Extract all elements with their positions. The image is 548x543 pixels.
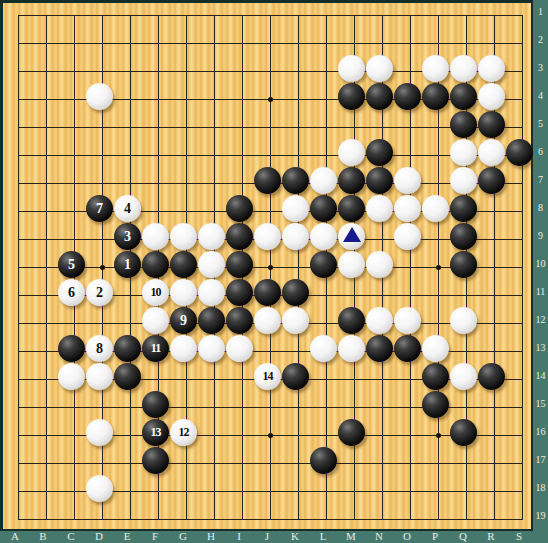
white-stone[interactable] [450, 139, 477, 166]
black-stone[interactable]: 11 [142, 335, 169, 362]
black-stone[interactable] [450, 111, 477, 138]
white-stone[interactable]: 12 [170, 419, 197, 446]
white-stone[interactable] [86, 363, 113, 390]
column-label-M: M [341, 530, 361, 543]
row-label-2: 2 [533, 33, 548, 47]
row-label-6: 6 [533, 145, 548, 159]
black-stone[interactable] [310, 195, 337, 222]
column-label-P: P [425, 530, 445, 543]
move-number-2: 2 [86, 279, 113, 306]
black-stone[interactable]: 1 [114, 251, 141, 278]
black-stone[interactable] [226, 307, 253, 334]
column-label-H: H [201, 530, 221, 543]
white-stone[interactable] [282, 195, 309, 222]
column-label-K: K [285, 530, 305, 543]
white-stone[interactable] [86, 475, 113, 502]
row-label-9: 9 [533, 229, 548, 243]
black-stone[interactable] [450, 419, 477, 446]
white-stone[interactable] [282, 223, 309, 250]
white-stone[interactable] [254, 223, 281, 250]
row-label-1: 1 [533, 5, 548, 19]
star-point [100, 265, 105, 270]
white-stone[interactable] [142, 223, 169, 250]
white-stone[interactable] [422, 55, 449, 82]
row-label-19: 19 [533, 509, 548, 523]
row-label-18: 18 [533, 481, 548, 495]
move-number-14: 14 [254, 363, 281, 390]
white-stone[interactable] [366, 55, 393, 82]
black-stone[interactable] [450, 251, 477, 278]
white-stone[interactable] [198, 223, 225, 250]
row-label-10: 10 [533, 257, 548, 271]
white-stone[interactable]: 4 [114, 195, 141, 222]
row-label-8: 8 [533, 201, 548, 215]
star-point [268, 433, 273, 438]
white-stone[interactable] [338, 251, 365, 278]
black-stone[interactable] [254, 279, 281, 306]
white-stone[interactable]: 14 [254, 363, 281, 390]
row-label-15: 15 [533, 397, 548, 411]
row-label-16: 16 [533, 425, 548, 439]
white-stone[interactable]: 8 [86, 335, 113, 362]
star-point [268, 97, 273, 102]
black-stone[interactable] [254, 167, 281, 194]
black-stone[interactable] [394, 83, 421, 110]
white-stone[interactable] [394, 223, 421, 250]
white-stone[interactable] [450, 55, 477, 82]
row-label-17: 17 [533, 453, 548, 467]
row-label-4: 4 [533, 89, 548, 103]
row-label-12: 12 [533, 313, 548, 327]
white-stone[interactable] [394, 195, 421, 222]
move-number-6: 6 [58, 279, 85, 306]
white-stone[interactable] [394, 307, 421, 334]
column-label-F: F [145, 530, 165, 543]
black-stone[interactable] [506, 139, 533, 166]
white-stone[interactable] [338, 335, 365, 362]
black-stone[interactable] [282, 363, 309, 390]
white-stone[interactable] [450, 167, 477, 194]
go-board[interactable]: 7435162109811141312 [3, 3, 531, 529]
black-stone[interactable] [226, 195, 253, 222]
move-number-4: 4 [114, 195, 141, 222]
move-number-8: 8 [86, 335, 113, 362]
move-number-13: 13 [142, 419, 169, 446]
white-stone[interactable] [478, 139, 505, 166]
black-stone[interactable] [366, 139, 393, 166]
column-label-R: R [481, 530, 501, 543]
column-label-L: L [313, 530, 333, 543]
white-stone[interactable] [366, 195, 393, 222]
white-stone[interactable] [170, 279, 197, 306]
black-stone[interactable] [114, 335, 141, 362]
black-stone[interactable] [338, 307, 365, 334]
black-stone[interactable] [226, 251, 253, 278]
black-stone[interactable]: 3 [114, 223, 141, 250]
black-stone[interactable]: 13 [142, 419, 169, 446]
white-stone[interactable] [170, 223, 197, 250]
black-stone[interactable] [226, 279, 253, 306]
white-stone[interactable] [86, 419, 113, 446]
row-label-13: 13 [533, 341, 548, 355]
white-stone[interactable] [338, 139, 365, 166]
move-number-1: 1 [114, 251, 141, 278]
white-stone[interactable] [198, 335, 225, 362]
white-stone[interactable] [478, 83, 505, 110]
column-label-G: G [173, 530, 193, 543]
black-stone[interactable] [310, 447, 337, 474]
column-label-E: E [117, 530, 137, 543]
black-stone[interactable] [394, 335, 421, 362]
white-stone[interactable] [58, 363, 85, 390]
white-stone[interactable] [366, 251, 393, 278]
column-label-O: O [397, 530, 417, 543]
move-number-5: 5 [58, 251, 85, 278]
white-stone[interactable] [422, 335, 449, 362]
row-label-3: 3 [533, 61, 548, 75]
move-number-3: 3 [114, 223, 141, 250]
black-stone[interactable] [366, 335, 393, 362]
white-stone[interactable] [254, 307, 281, 334]
column-label-A: A [5, 530, 25, 543]
white-stone[interactable] [338, 55, 365, 82]
star-point [436, 265, 441, 270]
triangle-marker [343, 227, 361, 242]
black-stone[interactable] [450, 223, 477, 250]
column-label-D: D [89, 530, 109, 543]
row-label-7: 7 [533, 173, 548, 187]
white-stone[interactable]: 2 [86, 279, 113, 306]
row-label-14: 14 [533, 369, 548, 383]
white-stone[interactable] [310, 335, 337, 362]
white-stone[interactable] [422, 195, 449, 222]
black-stone[interactable] [338, 167, 365, 194]
black-stone[interactable]: 5 [58, 251, 85, 278]
column-label-Q: Q [453, 530, 473, 543]
column-label-J: J [257, 530, 277, 543]
white-stone[interactable] [366, 307, 393, 334]
white-stone[interactable]: 10 [142, 279, 169, 306]
black-stone[interactable] [422, 391, 449, 418]
black-stone[interactable] [142, 251, 169, 278]
black-stone[interactable] [142, 447, 169, 474]
black-stone[interactable] [282, 279, 309, 306]
black-stone[interactable] [198, 307, 225, 334]
column-label-S: S [509, 530, 529, 543]
white-stone[interactable] [142, 307, 169, 334]
white-stone[interactable] [450, 363, 477, 390]
white-stone[interactable] [170, 335, 197, 362]
black-stone[interactable] [450, 195, 477, 222]
black-stone[interactable]: 7 [86, 195, 113, 222]
row-label-11: 11 [533, 285, 548, 299]
go-diagram-screen: 7435162109811141312 12345678910111213141… [0, 0, 548, 543]
black-stone[interactable] [142, 391, 169, 418]
black-stone[interactable] [478, 363, 505, 390]
white-stone[interactable] [338, 223, 365, 250]
white-stone[interactable] [198, 279, 225, 306]
column-label-N: N [369, 530, 389, 543]
black-stone[interactable] [338, 195, 365, 222]
black-stone[interactable] [58, 335, 85, 362]
white-stone[interactable] [198, 251, 225, 278]
black-stone[interactable] [114, 363, 141, 390]
black-stone[interactable] [170, 251, 197, 278]
black-stone[interactable] [450, 83, 477, 110]
black-stone[interactable] [366, 83, 393, 110]
black-stone[interactable] [226, 223, 253, 250]
black-stone[interactable] [478, 167, 505, 194]
white-stone[interactable] [478, 55, 505, 82]
black-stone[interactable] [366, 167, 393, 194]
white-stone[interactable] [282, 307, 309, 334]
white-stone[interactable] [450, 307, 477, 334]
black-stone[interactable] [338, 419, 365, 446]
black-stone[interactable] [478, 111, 505, 138]
black-stone[interactable] [422, 363, 449, 390]
white-stone[interactable] [86, 83, 113, 110]
move-number-10: 10 [142, 279, 169, 306]
move-number-7: 7 [86, 195, 113, 222]
move-number-11: 11 [142, 335, 169, 362]
star-point [268, 265, 273, 270]
column-label-C: C [61, 530, 81, 543]
row-label-5: 5 [533, 117, 548, 131]
white-stone[interactable] [310, 223, 337, 250]
black-stone[interactable] [422, 83, 449, 110]
column-label-I: I [229, 530, 249, 543]
move-number-12: 12 [170, 419, 197, 446]
white-stone[interactable] [226, 335, 253, 362]
black-stone[interactable] [310, 251, 337, 278]
white-stone[interactable] [310, 167, 337, 194]
black-stone[interactable] [282, 167, 309, 194]
column-label-B: B [33, 530, 53, 543]
white-stone[interactable]: 6 [58, 279, 85, 306]
black-stone[interactable]: 9 [170, 307, 197, 334]
white-stone[interactable] [394, 167, 421, 194]
star-point [436, 433, 441, 438]
black-stone[interactable] [338, 83, 365, 110]
move-number-9: 9 [170, 307, 197, 334]
